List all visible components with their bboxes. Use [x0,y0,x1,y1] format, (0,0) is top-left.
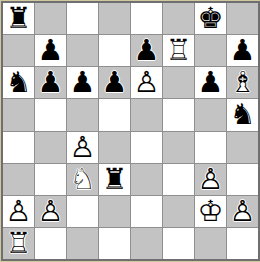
square-f6[interactable] [163,67,194,98]
piece-fill-white-pawn: ♟ [35,196,66,227]
square-a8[interactable]: ♜ [3,3,34,34]
square-b3[interactable] [35,164,66,195]
square-f4[interactable] [163,132,194,163]
piece-black-pawn: ♟ [227,35,258,66]
square-e7[interactable]: ♟ [131,35,162,66]
piece-black-pawn: ♟ [99,67,130,98]
square-b2[interactable]: ♟♙ [35,196,66,227]
piece-white-pawn: ♙ [195,164,226,195]
square-b5[interactable] [35,99,66,130]
piece-black-pawn: ♟ [35,35,66,66]
piece-black-pawn: ♟ [67,67,98,98]
square-g4[interactable] [195,132,226,163]
square-g8[interactable]: ♚ [195,3,226,34]
chess-board: ♜♚♟♟♜♖♟♞♟♟♟♟♙♟♝♗♞♟♙♞♘♜♟♙♟♙♟♙♚♔♟♙♜♖ [3,3,258,259]
square-a4[interactable] [3,132,34,163]
piece-white-rook: ♖ [163,35,194,66]
square-d1[interactable] [99,228,130,259]
square-b1[interactable] [35,228,66,259]
piece-white-rook: ♖ [3,228,34,259]
piece-black-king: ♚ [195,3,226,34]
square-c6[interactable]: ♟ [67,67,98,98]
square-d3[interactable]: ♜ [99,164,130,195]
square-e8[interactable] [131,3,162,34]
square-g3[interactable]: ♟♙ [195,164,226,195]
piece-black-knight: ♞ [3,67,34,98]
piece-black-pawn: ♟ [131,35,162,66]
square-d4[interactable] [99,132,130,163]
square-d5[interactable] [99,99,130,130]
piece-fill-white-pawn: ♟ [3,196,34,227]
square-h8[interactable] [227,3,258,34]
piece-fill-white-bishop: ♝ [227,67,258,98]
square-f1[interactable] [163,228,194,259]
piece-fill-white-knight: ♞ [67,164,98,195]
square-g1[interactable] [195,228,226,259]
piece-white-pawn: ♙ [227,196,258,227]
piece-black-rook: ♜ [3,3,34,34]
square-d8[interactable] [99,3,130,34]
square-c8[interactable] [67,3,98,34]
square-g7[interactable] [195,35,226,66]
square-f5[interactable] [163,99,194,130]
square-e5[interactable] [131,99,162,130]
square-e2[interactable] [131,196,162,227]
square-a3[interactable] [3,164,34,195]
piece-black-knight: ♞ [227,99,258,130]
piece-white-pawn: ♙ [131,67,162,98]
square-b6[interactable]: ♟ [35,67,66,98]
piece-fill-white-rook: ♜ [3,228,34,259]
square-e6[interactable]: ♟♙ [131,67,162,98]
piece-fill-white-pawn: ♟ [67,132,98,163]
square-f2[interactable] [163,196,194,227]
square-h5[interactable]: ♞ [227,99,258,130]
piece-black-pawn: ♟ [195,67,226,98]
square-c5[interactable] [67,99,98,130]
square-g5[interactable] [195,99,226,130]
square-a5[interactable] [3,99,34,130]
piece-fill-white-king: ♚ [195,196,226,227]
square-d6[interactable]: ♟ [99,67,130,98]
square-a2[interactable]: ♟♙ [3,196,34,227]
square-c2[interactable] [67,196,98,227]
square-a1[interactable]: ♜♖ [3,228,34,259]
piece-white-pawn: ♙ [3,196,34,227]
square-g2[interactable]: ♚♔ [195,196,226,227]
square-d7[interactable] [99,35,130,66]
square-h6[interactable]: ♝♗ [227,67,258,98]
square-c3[interactable]: ♞♘ [67,164,98,195]
square-b8[interactable] [35,3,66,34]
piece-white-bishop: ♗ [227,67,258,98]
square-g6[interactable]: ♟ [195,67,226,98]
square-e3[interactable] [131,164,162,195]
piece-fill-white-pawn: ♟ [227,196,258,227]
piece-white-pawn: ♙ [35,196,66,227]
square-h4[interactable] [227,132,258,163]
board-frame: ♜♚♟♟♜♖♟♞♟♟♟♟♙♟♝♗♞♟♙♞♘♜♟♙♟♙♟♙♚♔♟♙♜♖ [1,1,260,261]
piece-white-knight: ♘ [67,164,98,195]
square-f3[interactable] [163,164,194,195]
square-h1[interactable] [227,228,258,259]
square-c7[interactable] [67,35,98,66]
square-d2[interactable] [99,196,130,227]
square-e4[interactable] [131,132,162,163]
piece-white-king: ♔ [195,196,226,227]
square-a7[interactable] [3,35,34,66]
square-h7[interactable]: ♟ [227,35,258,66]
square-h3[interactable] [227,164,258,195]
piece-fill-white-pawn: ♟ [195,164,226,195]
piece-black-pawn: ♟ [35,67,66,98]
piece-fill-white-pawn: ♟ [131,67,162,98]
square-c1[interactable] [67,228,98,259]
square-f7[interactable]: ♜♖ [163,35,194,66]
piece-white-pawn: ♙ [67,132,98,163]
square-c4[interactable]: ♟♙ [67,132,98,163]
square-b7[interactable]: ♟ [35,35,66,66]
square-b4[interactable] [35,132,66,163]
square-e1[interactable] [131,228,162,259]
square-f8[interactable] [163,3,194,34]
piece-fill-white-rook: ♜ [163,35,194,66]
square-h2[interactable]: ♟♙ [227,196,258,227]
piece-black-rook: ♜ [99,164,130,195]
square-a6[interactable]: ♞ [3,67,34,98]
